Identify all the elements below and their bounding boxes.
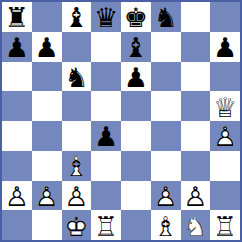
piece-glyph-outline: ♙: [151, 182, 181, 211]
piece-white-bishop: ♝♗: [62, 151, 92, 181]
square-g8[interactable]: [181, 2, 211, 32]
square-d6[interactable]: [91, 62, 121, 92]
piece-white-pawn: ♟♙: [32, 181, 62, 211]
piece-glyph-outline: ♙: [181, 182, 211, 211]
piece-glyph: ♜: [2, 3, 32, 32]
piece-glyph-outline: ♘: [181, 211, 211, 240]
square-c2[interactable]: ♟♙: [62, 181, 92, 211]
piece-glyph: ♛: [91, 3, 121, 32]
square-h6[interactable]: [210, 62, 240, 92]
square-e8[interactable]: ♚: [121, 2, 151, 32]
square-e5[interactable]: [121, 91, 151, 121]
piece-glyph: ♝: [62, 3, 92, 32]
square-b7[interactable]: ♟: [32, 32, 62, 62]
piece-glyph-outline: ♗: [62, 152, 92, 181]
square-a8[interactable]: ♜: [2, 2, 32, 32]
piece-black-knight: ♞: [62, 62, 92, 92]
square-b2[interactable]: ♟♙: [32, 181, 62, 211]
square-e3[interactable]: [121, 151, 151, 181]
square-f3[interactable]: [151, 151, 181, 181]
square-a6[interactable]: [2, 62, 32, 92]
square-d8[interactable]: ♛: [91, 2, 121, 32]
chess-board: ♜♝♛♚♞♟♟♝♟♞♟♛♕♟♟♙♝♗♟♙♟♙♟♙♟♙♟♙♚♔♜♖♝♗♞♘♜♖: [0, 0, 242, 242]
square-e4[interactable]: [121, 121, 151, 151]
piece-glyph-outline: ♖: [91, 211, 121, 240]
piece-glyph: ♞: [62, 63, 92, 92]
square-d4[interactable]: ♟: [91, 121, 121, 151]
square-c6[interactable]: ♞: [62, 62, 92, 92]
square-a5[interactable]: [2, 91, 32, 121]
piece-glyph-outline: ♙: [2, 182, 32, 211]
square-c1[interactable]: ♚♔: [62, 210, 92, 240]
piece-white-knight: ♞♘: [181, 210, 211, 240]
square-h8[interactable]: [210, 2, 240, 32]
piece-white-pawn: ♟♙: [210, 121, 240, 151]
piece-white-queen: ♛♕: [210, 91, 240, 121]
piece-glyph: ♚: [121, 3, 151, 32]
piece-black-pawn: ♟: [2, 32, 32, 62]
square-a7[interactable]: ♟: [2, 32, 32, 62]
square-g1[interactable]: ♞♘: [181, 210, 211, 240]
piece-white-pawn: ♟♙: [181, 181, 211, 211]
piece-glyph: ♞: [151, 3, 181, 32]
square-b6[interactable]: [32, 62, 62, 92]
piece-black-pawn: ♟: [32, 32, 62, 62]
square-h3[interactable]: [210, 151, 240, 181]
square-d7[interactable]: [91, 32, 121, 62]
piece-black-pawn: ♟: [210, 32, 240, 62]
piece-glyph: ♟: [210, 33, 240, 62]
square-f7[interactable]: [151, 32, 181, 62]
piece-black-pawn: ♟: [91, 121, 121, 151]
square-c3[interactable]: ♝♗: [62, 151, 92, 181]
square-b8[interactable]: [32, 2, 62, 32]
square-e6[interactable]: ♟: [121, 62, 151, 92]
piece-black-pawn: ♟: [121, 62, 151, 92]
piece-glyph-outline: ♗: [151, 211, 181, 240]
piece-black-rook: ♜: [2, 2, 32, 32]
square-f8[interactable]: ♞: [151, 2, 181, 32]
piece-white-bishop: ♝♗: [151, 210, 181, 240]
square-h7[interactable]: ♟: [210, 32, 240, 62]
square-g4[interactable]: [181, 121, 211, 151]
piece-glyph-outline: ♙: [62, 182, 92, 211]
piece-black-bishop: ♝: [62, 2, 92, 32]
piece-glyph: ♝: [121, 33, 151, 62]
piece-glyph-outline: ♔: [62, 211, 92, 240]
square-f1[interactable]: ♝♗: [151, 210, 181, 240]
piece-black-knight: ♞: [151, 2, 181, 32]
square-d2[interactable]: [91, 181, 121, 211]
piece-black-bishop: ♝: [121, 32, 151, 62]
piece-white-rook: ♜♖: [210, 210, 240, 240]
piece-glyph-outline: ♙: [210, 122, 240, 151]
piece-white-pawn: ♟♙: [62, 181, 92, 211]
square-b4[interactable]: [32, 121, 62, 151]
piece-glyph: ♟: [121, 63, 151, 92]
square-a4[interactable]: [2, 121, 32, 151]
piece-white-pawn: ♟♙: [151, 181, 181, 211]
square-f6[interactable]: [151, 62, 181, 92]
square-e2[interactable]: [121, 181, 151, 211]
square-e1[interactable]: [121, 210, 151, 240]
square-d3[interactable]: [91, 151, 121, 181]
square-a3[interactable]: [2, 151, 32, 181]
square-c4[interactable]: [62, 121, 92, 151]
piece-white-rook: ♜♖: [91, 210, 121, 240]
square-h4[interactable]: ♟♙: [210, 121, 240, 151]
piece-glyph-outline: ♖: [210, 211, 240, 240]
square-f4[interactable]: [151, 121, 181, 151]
square-b5[interactable]: [32, 91, 62, 121]
square-e7[interactable]: ♝: [121, 32, 151, 62]
square-h2[interactable]: [210, 181, 240, 211]
square-a2[interactable]: ♟♙: [2, 181, 32, 211]
square-f5[interactable]: [151, 91, 181, 121]
square-b3[interactable]: [32, 151, 62, 181]
square-b1[interactable]: [32, 210, 62, 240]
square-g7[interactable]: [181, 32, 211, 62]
piece-glyph: ♟: [91, 122, 121, 151]
square-g6[interactable]: [181, 62, 211, 92]
piece-glyph: ♟: [2, 33, 32, 62]
square-f2[interactable]: ♟♙: [151, 181, 181, 211]
square-d5[interactable]: [91, 91, 121, 121]
piece-glyph: ♟: [32, 33, 62, 62]
square-d1[interactable]: ♜♖: [91, 210, 121, 240]
square-g5[interactable]: [181, 91, 211, 121]
square-a1[interactable]: [2, 210, 32, 240]
square-h1[interactable]: ♜♖: [210, 210, 240, 240]
square-c5[interactable]: [62, 91, 92, 121]
piece-white-king: ♚♔: [62, 210, 92, 240]
piece-white-pawn: ♟♙: [2, 181, 32, 211]
piece-black-king: ♚: [121, 2, 151, 32]
piece-glyph-outline: ♕: [210, 92, 240, 121]
square-h5[interactable]: ♛♕: [210, 91, 240, 121]
square-c8[interactable]: ♝: [62, 2, 92, 32]
square-g2[interactable]: ♟♙: [181, 181, 211, 211]
square-c7[interactable]: [62, 32, 92, 62]
square-g3[interactable]: [181, 151, 211, 181]
piece-black-queen: ♛: [91, 2, 121, 32]
piece-glyph-outline: ♙: [32, 182, 62, 211]
